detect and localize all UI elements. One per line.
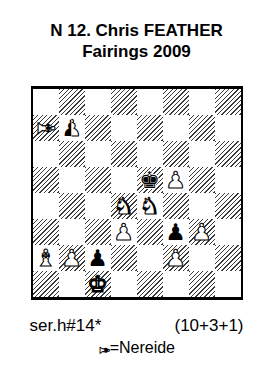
problem-title-line1: N 12. Chris FEATHER xyxy=(0,20,273,41)
white-pawn-b2: ♟ xyxy=(59,245,85,271)
black-king-e5: ♚ xyxy=(137,167,163,193)
square-h6 xyxy=(215,141,241,167)
problem-title: N 12. Chris FEATHER Fairings 2009 xyxy=(0,0,273,62)
square-f8 xyxy=(163,89,189,115)
square-e3 xyxy=(137,219,163,245)
square-f2: ♟ xyxy=(163,245,189,271)
square-b1 xyxy=(59,271,85,297)
square-a3 xyxy=(33,219,59,245)
square-h5 xyxy=(215,167,241,193)
square-a4 xyxy=(33,193,59,219)
square-g4 xyxy=(189,193,215,219)
square-e2 xyxy=(137,245,163,271)
square-f1 xyxy=(163,271,189,297)
black-pawn-f3: ♟ xyxy=(163,219,189,245)
square-h7 xyxy=(215,115,241,141)
stipulation: ser.h#14* xyxy=(30,316,102,336)
square-b2: ♟ xyxy=(59,245,85,271)
white-nereide-a7: ♝ xyxy=(33,115,59,141)
square-c1: ♚ xyxy=(85,271,111,297)
square-a1 xyxy=(33,271,59,297)
square-c2: ♟ xyxy=(85,245,111,271)
white-knight-d4: ♞ xyxy=(111,193,137,219)
black-pawn-c2: ♟ xyxy=(85,245,111,271)
white-pawn-f2: ♟ xyxy=(163,245,189,271)
legend-row: ♝=Nereide xyxy=(0,338,273,360)
square-c8 xyxy=(85,89,111,115)
square-g1 xyxy=(189,271,215,297)
square-a8 xyxy=(33,89,59,115)
square-e6 xyxy=(137,141,163,167)
square-b5 xyxy=(59,167,85,193)
square-d5 xyxy=(111,167,137,193)
square-g8 xyxy=(189,89,215,115)
problem-title-line2: Fairings 2009 xyxy=(0,41,273,62)
square-b3 xyxy=(59,219,85,245)
square-h4 xyxy=(215,193,241,219)
square-b8 xyxy=(59,89,85,115)
white-bishop-a2: ♝ xyxy=(33,245,59,271)
square-h3 xyxy=(215,219,241,245)
white-pawn-f5: ♟ xyxy=(163,167,189,193)
square-c3 xyxy=(85,219,111,245)
square-e1 xyxy=(137,271,163,297)
square-b7: ♟♟ xyxy=(59,115,85,141)
material-count: (10+3+1) xyxy=(175,316,244,336)
square-g7 xyxy=(189,115,215,141)
square-e7 xyxy=(137,115,163,141)
white-knight-e4: ♞ xyxy=(137,193,163,219)
square-d3: ♟ xyxy=(111,219,137,245)
square-a5 xyxy=(33,167,59,193)
nereide-icon: ♝ xyxy=(94,344,114,356)
square-h1 xyxy=(215,271,241,297)
square-g6 xyxy=(189,141,215,167)
caption-row: ser.h#14* (10+3+1) xyxy=(30,316,244,336)
square-b4 xyxy=(59,193,85,219)
square-e4: ♞ xyxy=(137,193,163,219)
white-pawn-d3: ♟ xyxy=(111,219,137,245)
square-a7: ♝ xyxy=(33,115,59,141)
square-f7 xyxy=(163,115,189,141)
square-c4 xyxy=(85,193,111,219)
square-g3: ♟ xyxy=(189,219,215,245)
square-d8 xyxy=(111,89,137,115)
square-d2 xyxy=(111,245,137,271)
square-e5: ♚ xyxy=(137,167,163,193)
square-g5 xyxy=(189,167,215,193)
square-a6 xyxy=(33,141,59,167)
legend-text: =Nereide xyxy=(110,339,175,356)
square-h8 xyxy=(215,89,241,115)
square-c5 xyxy=(85,167,111,193)
square-e8 xyxy=(137,89,163,115)
square-h2 xyxy=(215,245,241,271)
square-b6 xyxy=(59,141,85,167)
white-king-c1: ♚ xyxy=(85,271,111,297)
square-f5: ♟ xyxy=(163,167,189,193)
square-d1 xyxy=(111,271,137,297)
square-f3: ♟ xyxy=(163,219,189,245)
square-f4 xyxy=(163,193,189,219)
square-d6 xyxy=(111,141,137,167)
square-a2: ♝ xyxy=(33,245,59,271)
neutral-pawn-b7: ♟♟ xyxy=(59,115,85,141)
square-c6 xyxy=(85,141,111,167)
square-g2 xyxy=(189,245,215,271)
white-pawn-g3: ♟ xyxy=(189,219,215,245)
square-f6 xyxy=(163,141,189,167)
board: ♝♟♟♚♟♞♞♟♟♟♝♟♟♟♚ xyxy=(31,86,243,300)
square-d7 xyxy=(111,115,137,141)
square-d4: ♞ xyxy=(111,193,137,219)
square-c7 xyxy=(85,115,111,141)
